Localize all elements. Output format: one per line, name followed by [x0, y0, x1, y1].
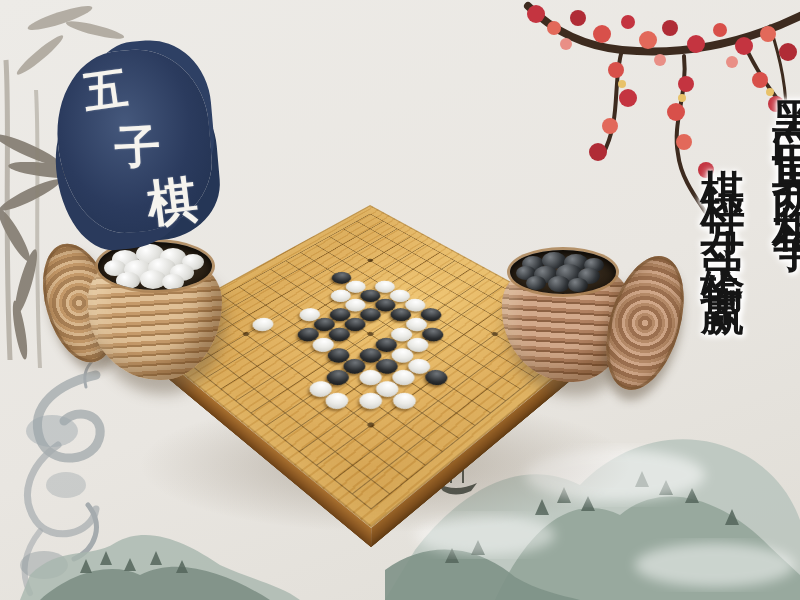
black-bowl-stone	[568, 278, 588, 292]
black-stone[interactable]	[323, 345, 353, 365]
title-char-3: 棋	[145, 174, 201, 230]
white-stone[interactable]	[355, 366, 386, 388]
white-stone[interactable]	[248, 315, 277, 334]
black-stone[interactable]	[355, 345, 385, 365]
calligraphy-column-left: 棋枰方寸定输赢	[694, 134, 753, 274]
hoshi-point	[366, 421, 375, 428]
black-stone[interactable]	[322, 366, 353, 388]
white-stone[interactable]	[388, 366, 419, 388]
black-stone[interactable]	[371, 335, 401, 355]
white-stone[interactable]	[388, 389, 420, 412]
black-bowl-opening	[510, 250, 616, 294]
black-stone[interactable]	[339, 355, 370, 376]
title-char-2: 子	[113, 123, 161, 171]
gomoku-promo-poster: { "game": "gomoku", "title": { "text": "…	[0, 0, 800, 600]
white-stone[interactable]	[404, 355, 435, 376]
hoshi-point	[366, 258, 374, 263]
title-char-1: 五	[81, 65, 131, 115]
white-stone[interactable]	[387, 345, 417, 365]
white-stone[interactable]	[308, 335, 338, 355]
black-stone-bowl[interactable]	[498, 238, 678, 398]
black-stone[interactable]	[421, 366, 452, 388]
black-stone[interactable]	[371, 355, 402, 376]
white-stone-bowl[interactable]	[46, 228, 226, 393]
black-bowl-stone	[526, 276, 546, 290]
white-stone[interactable]	[305, 377, 337, 399]
white-stone[interactable]	[371, 377, 403, 399]
hoshi-point	[366, 331, 374, 337]
white-bowl-opening	[98, 242, 212, 290]
white-stone[interactable]	[321, 389, 353, 412]
calligraphy-column-right: 黑白世界两相争	[765, 64, 800, 211]
white-stone[interactable]	[403, 335, 433, 355]
white-stone[interactable]	[355, 389, 387, 412]
black-bowl-stone	[548, 276, 570, 292]
hoshi-point	[242, 331, 250, 337]
